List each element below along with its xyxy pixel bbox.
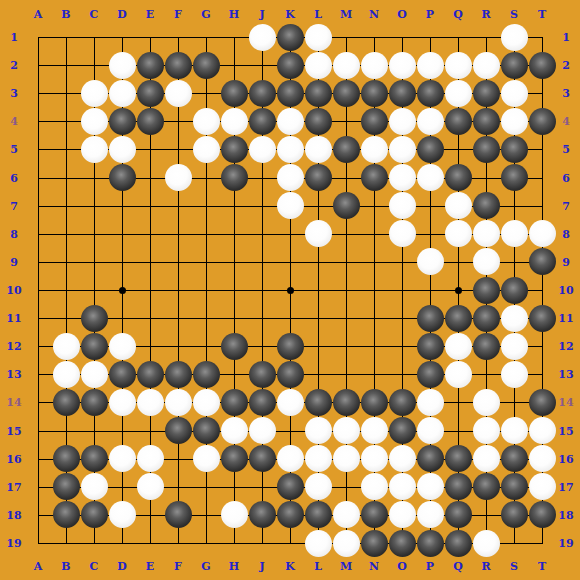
stone-black-Q16 (445, 445, 472, 472)
stone-black-S10 (501, 277, 528, 304)
stone-black-N18 (361, 501, 388, 528)
row-label-right-17: 17 (558, 480, 573, 493)
column-label-bottom-E: E (146, 560, 154, 573)
stone-white-K7 (277, 192, 304, 219)
stone-black-K1 (277, 24, 304, 51)
column-label-top-A: A (34, 8, 43, 21)
stone-black-S18 (501, 501, 528, 528)
stone-black-T2 (529, 52, 556, 79)
column-label-bottom-T: T (538, 560, 546, 573)
stone-black-F15 (165, 417, 192, 444)
row-label-left-4: 4 (10, 115, 18, 128)
stone-white-K5 (277, 136, 304, 163)
row-label-left-14: 14 (6, 396, 21, 409)
stone-white-Q13 (445, 361, 472, 388)
stone-white-G16 (193, 445, 220, 472)
stone-white-J5 (249, 136, 276, 163)
stone-black-R7 (473, 192, 500, 219)
column-label-bottom-B: B (61, 560, 70, 573)
stone-black-S5 (501, 136, 528, 163)
stone-white-N16 (361, 445, 388, 472)
column-label-top-R: R (481, 8, 490, 21)
stone-white-S11 (501, 305, 528, 332)
stone-black-C14 (81, 389, 108, 416)
stone-white-P2 (417, 52, 444, 79)
stone-white-G4 (193, 108, 220, 135)
stone-black-G2 (193, 52, 220, 79)
stone-white-E17 (137, 473, 164, 500)
stone-white-J15 (249, 417, 276, 444)
stone-white-H15 (221, 417, 248, 444)
column-label-top-Q: Q (453, 8, 463, 21)
stone-white-O6 (389, 164, 416, 191)
row-label-right-16: 16 (558, 452, 573, 465)
column-label-bottom-G: G (201, 560, 210, 573)
row-label-right-1: 1 (562, 31, 570, 44)
stone-black-L4 (305, 108, 332, 135)
column-label-bottom-A: A (34, 560, 43, 573)
stone-black-G15 (193, 417, 220, 444)
stone-black-C11 (81, 305, 108, 332)
stone-black-N14 (361, 389, 388, 416)
column-label-top-S: S (510, 8, 518, 21)
stone-black-Q18 (445, 501, 472, 528)
stone-black-R17 (473, 473, 500, 500)
stone-black-Q11 (445, 305, 472, 332)
stone-black-O14 (389, 389, 416, 416)
row-label-left-18: 18 (6, 508, 21, 521)
stone-white-L19 (305, 530, 332, 557)
stone-white-P15 (417, 417, 444, 444)
grid-line-horizontal-15 (38, 431, 543, 432)
stone-black-G13 (193, 361, 220, 388)
column-label-bottom-P: P (426, 560, 434, 573)
row-label-left-13: 13 (6, 368, 21, 381)
stone-white-G5 (193, 136, 220, 163)
row-label-right-2: 2 (562, 59, 570, 72)
stone-white-K16 (277, 445, 304, 472)
stone-black-H3 (221, 80, 248, 107)
stone-black-R10 (473, 277, 500, 304)
column-label-bottom-J: J (259, 560, 264, 573)
star-point-D10 (119, 287, 126, 294)
stone-white-O17 (389, 473, 416, 500)
stone-white-R2 (473, 52, 500, 79)
stone-black-D13 (109, 361, 136, 388)
column-label-bottom-Q: Q (453, 560, 463, 573)
stone-white-N5 (361, 136, 388, 163)
stone-white-C4 (81, 108, 108, 135)
stone-white-D12 (109, 333, 136, 360)
stone-white-C5 (81, 136, 108, 163)
stone-white-T8 (529, 220, 556, 247)
row-label-left-2: 2 (10, 59, 18, 72)
column-label-bottom-C: C (90, 560, 99, 573)
stone-black-P3 (417, 80, 444, 107)
stone-black-Q19 (445, 530, 472, 557)
row-label-left-12: 12 (6, 340, 21, 353)
column-label-top-T: T (538, 8, 546, 21)
column-label-top-M: M (340, 8, 352, 21)
stone-black-S6 (501, 164, 528, 191)
stone-white-M19 (333, 530, 360, 557)
stone-white-B13 (53, 361, 80, 388)
stone-black-P13 (417, 361, 444, 388)
stone-white-C17 (81, 473, 108, 500)
stone-white-L8 (305, 220, 332, 247)
column-label-bottom-H: H (229, 560, 239, 573)
stone-white-D16 (109, 445, 136, 472)
stone-black-H12 (221, 333, 248, 360)
stone-white-O4 (389, 108, 416, 135)
stone-black-N6 (361, 164, 388, 191)
stone-black-R5 (473, 136, 500, 163)
stone-black-P11 (417, 305, 444, 332)
row-label-left-5: 5 (10, 143, 18, 156)
stone-white-E14 (137, 389, 164, 416)
stone-black-H6 (221, 164, 248, 191)
stone-white-M2 (333, 52, 360, 79)
stone-black-E4 (137, 108, 164, 135)
column-label-top-H: H (229, 8, 239, 21)
stone-white-F6 (165, 164, 192, 191)
stone-black-F18 (165, 501, 192, 528)
stone-black-K2 (277, 52, 304, 79)
stone-white-P6 (417, 164, 444, 191)
row-label-left-8: 8 (10, 227, 18, 240)
stone-black-C18 (81, 501, 108, 528)
row-label-left-3: 3 (10, 87, 18, 100)
stone-white-E16 (137, 445, 164, 472)
row-label-right-15: 15 (558, 424, 573, 437)
stone-white-C3 (81, 80, 108, 107)
stone-black-M7 (333, 192, 360, 219)
column-label-bottom-F: F (174, 560, 182, 573)
stone-black-B17 (53, 473, 80, 500)
stone-black-K12 (277, 333, 304, 360)
stone-black-Q4 (445, 108, 472, 135)
stone-white-M16 (333, 445, 360, 472)
stone-black-B14 (53, 389, 80, 416)
row-label-left-9: 9 (10, 255, 18, 268)
stone-black-N19 (361, 530, 388, 557)
stone-black-E2 (137, 52, 164, 79)
column-label-top-O: O (397, 8, 407, 21)
stone-black-L18 (305, 501, 332, 528)
column-label-top-P: P (426, 8, 434, 21)
stone-white-N15 (361, 417, 388, 444)
stone-white-D5 (109, 136, 136, 163)
stone-black-R12 (473, 333, 500, 360)
stone-black-C16 (81, 445, 108, 472)
stone-white-Q12 (445, 333, 472, 360)
column-label-bottom-D: D (117, 560, 127, 573)
column-label-top-N: N (369, 8, 379, 21)
stone-white-P4 (417, 108, 444, 135)
stone-white-R8 (473, 220, 500, 247)
stone-black-P16 (417, 445, 444, 472)
stone-white-L17 (305, 473, 332, 500)
row-label-left-10: 10 (6, 284, 21, 297)
stone-white-P9 (417, 248, 444, 275)
stone-white-S3 (501, 80, 528, 107)
stone-black-S2 (501, 52, 528, 79)
stone-white-L5 (305, 136, 332, 163)
row-label-left-15: 15 (6, 424, 21, 437)
stone-white-N2 (361, 52, 388, 79)
row-label-right-19: 19 (558, 537, 573, 550)
stone-white-R16 (473, 445, 500, 472)
stone-black-K18 (277, 501, 304, 528)
stone-black-R3 (473, 80, 500, 107)
column-label-top-G: G (201, 8, 210, 21)
column-label-bottom-L: L (314, 560, 322, 573)
stone-black-K13 (277, 361, 304, 388)
column-label-bottom-N: N (369, 560, 379, 573)
column-label-top-C: C (90, 8, 99, 21)
stone-white-D3 (109, 80, 136, 107)
column-label-top-L: L (314, 8, 322, 21)
column-label-bottom-K: K (285, 560, 295, 573)
stone-white-H4 (221, 108, 248, 135)
stone-white-S4 (501, 108, 528, 135)
stone-white-T16 (529, 445, 556, 472)
stone-white-R9 (473, 248, 500, 275)
stone-white-R19 (473, 530, 500, 557)
stone-white-L15 (305, 417, 332, 444)
stone-white-G14 (193, 389, 220, 416)
stone-black-J3 (249, 80, 276, 107)
column-label-bottom-O: O (397, 560, 407, 573)
stone-white-C13 (81, 361, 108, 388)
stone-white-O5 (389, 136, 416, 163)
stone-black-L14 (305, 389, 332, 416)
stone-black-D6 (109, 164, 136, 191)
column-label-top-E: E (146, 8, 154, 21)
stone-white-D2 (109, 52, 136, 79)
stone-black-P12 (417, 333, 444, 360)
stone-black-P5 (417, 136, 444, 163)
stone-black-D4 (109, 108, 136, 135)
stone-black-E3 (137, 80, 164, 107)
stone-white-Q2 (445, 52, 472, 79)
stone-white-O8 (389, 220, 416, 247)
stone-white-Q8 (445, 220, 472, 247)
stone-black-O19 (389, 530, 416, 557)
row-label-right-9: 9 (562, 255, 570, 268)
stone-black-J14 (249, 389, 276, 416)
stone-white-N17 (361, 473, 388, 500)
go-app-window: { "game": "Go (19x19 goban)", "board": {… (0, 0, 580, 580)
stone-black-P19 (417, 530, 444, 557)
stone-white-F14 (165, 389, 192, 416)
row-label-right-5: 5 (562, 143, 570, 156)
stone-black-O3 (389, 80, 416, 107)
stone-white-P14 (417, 389, 444, 416)
row-label-right-14: 14 (558, 396, 573, 409)
stone-black-M3 (333, 80, 360, 107)
stone-white-M15 (333, 417, 360, 444)
stone-white-T17 (529, 473, 556, 500)
stone-black-T18 (529, 501, 556, 528)
stone-black-E13 (137, 361, 164, 388)
stone-black-R4 (473, 108, 500, 135)
stone-white-P17 (417, 473, 444, 500)
stone-white-K14 (277, 389, 304, 416)
row-label-right-3: 3 (562, 87, 570, 100)
stone-white-D14 (109, 389, 136, 416)
stone-white-O16 (389, 445, 416, 472)
stone-white-K4 (277, 108, 304, 135)
stone-white-Q3 (445, 80, 472, 107)
row-label-right-10: 10 (558, 284, 573, 297)
stone-black-M5 (333, 136, 360, 163)
stone-black-L3 (305, 80, 332, 107)
stone-white-O18 (389, 501, 416, 528)
stone-black-H16 (221, 445, 248, 472)
stone-white-P18 (417, 501, 444, 528)
go-board[interactable]: AABBCCDDEEFFGGHHJJKKLLMMNNOOPPQQRRSSTT11… (0, 0, 580, 580)
row-label-left-11: 11 (6, 312, 21, 325)
stone-black-B18 (53, 501, 80, 528)
stone-white-O2 (389, 52, 416, 79)
column-label-top-B: B (61, 8, 70, 21)
stone-black-S17 (501, 473, 528, 500)
stone-black-F2 (165, 52, 192, 79)
stone-white-L1 (305, 24, 332, 51)
row-label-right-13: 13 (558, 368, 573, 381)
star-point-K10 (287, 287, 294, 294)
stone-black-B16 (53, 445, 80, 472)
row-label-right-7: 7 (562, 199, 570, 212)
column-label-bottom-R: R (481, 560, 490, 573)
row-label-right-12: 12 (558, 340, 573, 353)
stone-white-F3 (165, 80, 192, 107)
stone-white-L2 (305, 52, 332, 79)
star-point-Q10 (455, 287, 462, 294)
stone-white-S15 (501, 417, 528, 444)
stone-white-D18 (109, 501, 136, 528)
stone-black-N4 (361, 108, 388, 135)
stone-black-T11 (529, 305, 556, 332)
column-label-top-F: F (174, 8, 182, 21)
stone-black-J18 (249, 501, 276, 528)
stone-white-S8 (501, 220, 528, 247)
row-label-left-7: 7 (10, 199, 18, 212)
stone-black-Q17 (445, 473, 472, 500)
stone-black-N3 (361, 80, 388, 107)
row-label-left-16: 16 (6, 452, 21, 465)
stone-white-H18 (221, 501, 248, 528)
row-label-left-1: 1 (10, 31, 18, 44)
stone-white-M18 (333, 501, 360, 528)
stone-white-S12 (501, 333, 528, 360)
stone-black-F13 (165, 361, 192, 388)
stone-black-H5 (221, 136, 248, 163)
stone-white-L16 (305, 445, 332, 472)
column-label-top-K: K (285, 8, 295, 21)
row-label-left-17: 17 (6, 480, 21, 493)
column-label-top-J: J (259, 8, 264, 21)
stone-white-B12 (53, 333, 80, 360)
row-label-left-19: 19 (6, 537, 21, 550)
column-label-top-D: D (117, 8, 127, 21)
stone-black-T4 (529, 108, 556, 135)
stone-black-S16 (501, 445, 528, 472)
stone-black-J16 (249, 445, 276, 472)
stone-black-J13 (249, 361, 276, 388)
column-label-bottom-M: M (340, 560, 352, 573)
stone-black-O15 (389, 417, 416, 444)
stone-black-R11 (473, 305, 500, 332)
stone-black-M14 (333, 389, 360, 416)
column-label-bottom-S: S (510, 560, 518, 573)
stone-black-J4 (249, 108, 276, 135)
stone-black-K17 (277, 473, 304, 500)
stone-black-L6 (305, 164, 332, 191)
row-label-right-18: 18 (558, 508, 573, 521)
row-label-left-6: 6 (10, 171, 18, 184)
stone-white-K6 (277, 164, 304, 191)
stone-white-O7 (389, 192, 416, 219)
stone-white-R15 (473, 417, 500, 444)
stone-white-T15 (529, 417, 556, 444)
stone-white-S13 (501, 361, 528, 388)
stone-white-S1 (501, 24, 528, 51)
stone-black-Q6 (445, 164, 472, 191)
stone-black-T14 (529, 389, 556, 416)
stone-white-R14 (473, 389, 500, 416)
stone-black-T9 (529, 248, 556, 275)
stone-black-K3 (277, 80, 304, 107)
stone-white-J1 (249, 24, 276, 51)
row-label-right-11: 11 (558, 312, 573, 325)
row-label-right-4: 4 (562, 115, 570, 128)
stone-white-Q7 (445, 192, 472, 219)
stone-black-C12 (81, 333, 108, 360)
stone-black-H14 (221, 389, 248, 416)
row-label-right-8: 8 (562, 227, 570, 240)
row-label-right-6: 6 (562, 171, 570, 184)
